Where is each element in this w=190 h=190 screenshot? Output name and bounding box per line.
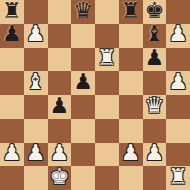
square-f7[interactable] (119, 24, 143, 48)
square-h5[interactable]: ♟ (166, 71, 190, 95)
piece-black-pawn[interactable]: ♟ (2, 22, 22, 46)
square-f2[interactable]: ♟ (119, 143, 143, 167)
square-c8[interactable] (48, 0, 72, 24)
square-e4[interactable] (95, 95, 119, 119)
square-h4[interactable] (166, 95, 190, 119)
piece-white-pawn[interactable]: ♟ (2, 141, 22, 165)
square-b6[interactable] (24, 48, 48, 72)
piece-white-bishop[interactable]: ♝ (26, 70, 46, 94)
piece-white-rook[interactable]: ♜ (168, 165, 188, 189)
square-g7[interactable]: ♝ (143, 24, 167, 48)
square-c1[interactable]: ♚ (48, 166, 72, 190)
piece-white-pawn[interactable]: ♟ (145, 141, 165, 165)
square-b7[interactable]: ♟ (24, 24, 48, 48)
square-g2[interactable]: ♟ (143, 143, 167, 167)
square-b1[interactable] (24, 166, 48, 190)
square-a3[interactable] (0, 119, 24, 143)
square-d1[interactable] (71, 166, 95, 190)
piece-white-pawn[interactable]: ♟ (168, 22, 188, 46)
square-h7[interactable]: ♟ (166, 24, 190, 48)
square-h1[interactable]: ♜ (166, 166, 190, 190)
square-f4[interactable] (119, 95, 143, 119)
square-f1[interactable] (119, 166, 143, 190)
piece-black-pawn[interactable]: ♟ (73, 70, 93, 94)
square-c2[interactable]: ♟ (48, 143, 72, 167)
chess-board: ♜♛♜♚♟♟♝♟♜♟♝♟♟♟♛♟♟♟♟♟♚♜ (0, 0, 190, 190)
piece-white-pawn[interactable]: ♟ (168, 70, 188, 94)
square-b4[interactable] (24, 95, 48, 119)
piece-black-pawn[interactable]: ♟ (50, 94, 70, 118)
piece-white-rook[interactable]: ♜ (97, 46, 117, 70)
piece-black-king[interactable]: ♚ (145, 0, 165, 22)
square-c3[interactable] (48, 119, 72, 143)
square-b3[interactable] (24, 119, 48, 143)
square-a1[interactable] (0, 166, 24, 190)
chess-board-container: ♜♛♜♚♟♟♝♟♜♟♝♟♟♟♛♟♟♟♟♟♚♜ (0, 0, 190, 190)
square-e1[interactable] (95, 166, 119, 190)
square-g8[interactable]: ♚ (143, 0, 167, 24)
square-g5[interactable] (143, 71, 167, 95)
piece-black-queen[interactable]: ♛ (73, 0, 93, 22)
square-c4[interactable]: ♟ (48, 95, 72, 119)
square-e2[interactable] (95, 143, 119, 167)
piece-white-pawn[interactable]: ♟ (50, 141, 70, 165)
piece-black-bishop[interactable]: ♝ (145, 22, 165, 46)
square-d7[interactable] (71, 24, 95, 48)
square-e3[interactable] (95, 119, 119, 143)
square-f6[interactable] (119, 48, 143, 72)
square-f5[interactable] (119, 71, 143, 95)
square-f8[interactable]: ♜ (119, 0, 143, 24)
square-a7[interactable]: ♟ (0, 24, 24, 48)
square-f3[interactable] (119, 119, 143, 143)
square-b2[interactable]: ♟ (24, 143, 48, 167)
square-a4[interactable] (0, 95, 24, 119)
piece-black-rook[interactable]: ♜ (121, 0, 141, 22)
square-d5[interactable]: ♟ (71, 71, 95, 95)
square-d4[interactable] (71, 95, 95, 119)
square-g1[interactable] (143, 166, 167, 190)
square-e7[interactable] (95, 24, 119, 48)
square-h6[interactable] (166, 48, 190, 72)
square-a8[interactable]: ♜ (0, 0, 24, 24)
square-c5[interactable] (48, 71, 72, 95)
square-a6[interactable] (0, 48, 24, 72)
square-d6[interactable] (71, 48, 95, 72)
piece-white-pawn[interactable]: ♟ (26, 22, 46, 46)
piece-black-rook[interactable]: ♜ (2, 0, 22, 22)
piece-white-king[interactable]: ♚ (50, 165, 70, 189)
square-e6[interactable]: ♜ (95, 48, 119, 72)
square-g4[interactable]: ♛ (143, 95, 167, 119)
square-h2[interactable] (166, 143, 190, 167)
square-e8[interactable] (95, 0, 119, 24)
square-d8[interactable]: ♛ (71, 0, 95, 24)
square-h3[interactable] (166, 119, 190, 143)
piece-white-queen[interactable]: ♛ (145, 94, 165, 118)
square-d3[interactable] (71, 119, 95, 143)
square-c7[interactable] (48, 24, 72, 48)
square-b5[interactable]: ♝ (24, 71, 48, 95)
square-b8[interactable] (24, 0, 48, 24)
square-c6[interactable] (48, 48, 72, 72)
square-d2[interactable] (71, 143, 95, 167)
piece-black-pawn[interactable]: ♟ (145, 46, 165, 70)
piece-white-pawn[interactable]: ♟ (121, 141, 141, 165)
piece-white-pawn[interactable]: ♟ (26, 141, 46, 165)
square-a2[interactable]: ♟ (0, 143, 24, 167)
square-h8[interactable] (166, 0, 190, 24)
square-e5[interactable] (95, 71, 119, 95)
square-g6[interactable]: ♟ (143, 48, 167, 72)
square-a5[interactable] (0, 71, 24, 95)
square-g3[interactable] (143, 119, 167, 143)
